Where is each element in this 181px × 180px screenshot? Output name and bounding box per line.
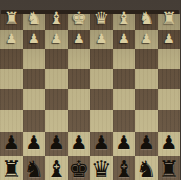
chess-board: ♜♞♝♚♛♝♞♜♟♟♟♟♟♟♟♟♟♟♟♟♟♟♟♟♜♞♝♚♛♝♞♜ xyxy=(0,14,180,180)
square-f5[interactable] xyxy=(45,89,68,110)
square-c4[interactable] xyxy=(113,69,136,89)
square-e5[interactable] xyxy=(68,89,91,110)
square-d8[interactable]: ♛ xyxy=(90,156,113,180)
white-pawn: ♟ xyxy=(90,27,113,49)
square-a8[interactable]: ♜ xyxy=(158,156,181,180)
square-h2[interactable]: ♟ xyxy=(0,30,23,49)
square-h3[interactable] xyxy=(0,49,23,69)
square-a5[interactable] xyxy=(158,89,181,110)
black-queen: ♛ xyxy=(90,158,113,180)
square-a3[interactable] xyxy=(158,49,181,69)
black-pawn: ♟ xyxy=(68,128,91,156)
black-rook: ♜ xyxy=(158,158,181,180)
white-pawn: ♟ xyxy=(158,27,181,49)
square-b3[interactable] xyxy=(135,49,158,69)
square-b5[interactable] xyxy=(135,89,158,110)
square-h4[interactable] xyxy=(0,69,23,89)
square-g3[interactable] xyxy=(23,49,46,69)
white-pawn: ♟ xyxy=(45,27,68,49)
square-g4[interactable] xyxy=(23,69,46,89)
square-c8[interactable]: ♝ xyxy=(113,156,136,180)
white-pawn: ♟ xyxy=(0,27,23,49)
black-knight: ♞ xyxy=(135,158,158,180)
square-c7[interactable]: ♟ xyxy=(113,132,136,156)
square-b4[interactable] xyxy=(135,69,158,89)
square-a4[interactable] xyxy=(158,69,181,89)
square-h5[interactable] xyxy=(0,89,23,110)
black-king: ♚ xyxy=(68,158,91,180)
black-pawn: ♟ xyxy=(90,128,113,156)
square-c5[interactable] xyxy=(113,89,136,110)
square-h7[interactable]: ♟ xyxy=(0,132,23,156)
black-pawn: ♟ xyxy=(113,128,136,156)
white-pawn: ♟ xyxy=(68,27,91,49)
square-d2[interactable]: ♟ xyxy=(90,30,113,49)
square-f4[interactable] xyxy=(45,69,68,89)
square-e4[interactable] xyxy=(68,69,91,89)
square-e7[interactable]: ♟ xyxy=(68,132,91,156)
black-bishop: ♝ xyxy=(113,158,136,180)
white-pawn: ♟ xyxy=(23,27,46,49)
black-rook: ♜ xyxy=(0,158,23,180)
square-f7[interactable]: ♟ xyxy=(45,132,68,156)
square-a7[interactable]: ♟ xyxy=(158,132,181,156)
square-a2[interactable]: ♟ xyxy=(158,30,181,49)
black-pawn: ♟ xyxy=(0,128,23,156)
black-knight: ♞ xyxy=(23,158,46,180)
square-f8[interactable]: ♝ xyxy=(45,156,68,180)
square-c2[interactable]: ♟ xyxy=(113,30,136,49)
square-e3[interactable] xyxy=(68,49,91,69)
square-d7[interactable]: ♟ xyxy=(90,132,113,156)
square-g5[interactable] xyxy=(23,89,46,110)
black-pawn: ♟ xyxy=(23,128,46,156)
square-e2[interactable]: ♟ xyxy=(68,30,91,49)
square-b8[interactable]: ♞ xyxy=(135,156,158,180)
square-f2[interactable]: ♟ xyxy=(45,30,68,49)
square-c3[interactable] xyxy=(113,49,136,69)
white-pawn: ♟ xyxy=(135,27,158,49)
square-b2[interactable]: ♟ xyxy=(135,30,158,49)
square-d4[interactable] xyxy=(90,69,113,89)
square-h8[interactable]: ♜ xyxy=(0,156,23,180)
square-g2[interactable]: ♟ xyxy=(23,30,46,49)
black-pawn: ♟ xyxy=(135,128,158,156)
black-bishop: ♝ xyxy=(45,158,68,180)
square-f3[interactable] xyxy=(45,49,68,69)
black-pawn: ♟ xyxy=(45,128,68,156)
square-b7[interactable]: ♟ xyxy=(135,132,158,156)
square-d3[interactable] xyxy=(90,49,113,69)
square-g7[interactable]: ♟ xyxy=(23,132,46,156)
black-pawn: ♟ xyxy=(158,128,181,156)
square-d5[interactable] xyxy=(90,89,113,110)
square-g8[interactable]: ♞ xyxy=(23,156,46,180)
white-pawn: ♟ xyxy=(113,27,136,49)
square-e8[interactable]: ♚ xyxy=(68,156,91,180)
chess-photo-scene: ♜♞♝♚♛♝♞♜♟♟♟♟♟♟♟♟♟♟♟♟♟♟♟♟♜♞♝♚♛♝♞♜ xyxy=(0,0,180,180)
